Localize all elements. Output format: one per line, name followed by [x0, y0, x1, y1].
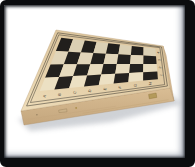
- board-square: [117, 54, 131, 64]
- board-square: [130, 55, 143, 64]
- board-square: [143, 56, 156, 64]
- hinge-pin: [75, 107, 77, 109]
- board-square: [143, 72, 158, 81]
- folded-chess-board: ABCDEFGH1234: [0, 0, 195, 167]
- board-square: [99, 74, 115, 85]
- board-square: [144, 47, 157, 56]
- hinge-pin: [36, 114, 37, 115]
- board-square: [128, 72, 143, 82]
- board-square: [106, 43, 120, 54]
- chess-board-product-photo[interactable]: ABCDEFGH1234: [0, 0, 195, 167]
- board-square: [115, 64, 130, 74]
- board-square: [131, 46, 144, 56]
- board-square: [104, 54, 119, 64]
- board-square: [129, 64, 143, 73]
- board-square: [118, 45, 131, 55]
- board-square: [101, 64, 117, 75]
- board-square: [143, 64, 157, 72]
- board-square: [114, 73, 130, 84]
